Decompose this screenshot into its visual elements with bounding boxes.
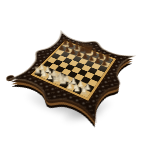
product-photo-chess-set: ♜♞♝♛♚♝♞♜♟♟♟♟♟♟♟♟♟♟♟♟♟♟♟♟♜♞♝♛♚♝♞♜ bbox=[0, 0, 150, 150]
scene: ♜♞♝♛♚♝♞♜♟♟♟♟♟♟♟♟♟♟♟♟♟♟♟♟♜♞♝♛♚♝♞♜ bbox=[0, 0, 150, 150]
white-rook: ♜ bbox=[79, 86, 88, 96]
chess-board: ♜♞♝♛♚♝♞♜♟♟♟♟♟♟♟♟♟♟♟♟♟♟♟♟♜♞♝♛♚♝♞♜ bbox=[3, 28, 139, 127]
square-d5 bbox=[69, 60, 79, 67]
black-pawn: ♟ bbox=[101, 59, 108, 67]
square-c4 bbox=[59, 62, 69, 69]
